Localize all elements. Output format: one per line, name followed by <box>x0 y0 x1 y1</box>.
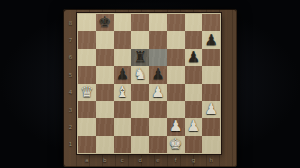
rank-label-5: 5 <box>63 66 78 83</box>
file-label-a: a <box>78 153 96 167</box>
square-d6[interactable]: ♜ <box>131 49 149 66</box>
file-label-c: c <box>114 153 132 167</box>
square-f6[interactable] <box>167 49 185 66</box>
square-d1[interactable] <box>131 136 149 153</box>
square-e5[interactable]: ♟ <box>149 66 167 83</box>
square-b8[interactable]: ♚ <box>96 14 114 31</box>
square-h6[interactable] <box>202 49 220 66</box>
square-a2[interactable] <box>78 118 96 135</box>
file-label-e: e <box>149 153 167 167</box>
file-label-b: b <box>96 153 114 167</box>
rank-label-1: 1 <box>63 136 78 153</box>
rank-label-6: 6 <box>63 49 78 66</box>
file-label-g: g <box>185 153 203 167</box>
square-h7[interactable]: ♟ <box>202 31 220 48</box>
square-c1[interactable] <box>114 136 132 153</box>
square-g4[interactable] <box>185 84 203 101</box>
rank-label-4: 4 <box>63 84 78 101</box>
square-a5[interactable] <box>78 66 96 83</box>
rank-label-8: 8 <box>63 14 78 31</box>
piece-black-rook[interactable]: ♜ <box>133 48 146 65</box>
rank-label-7: 7 <box>63 31 78 48</box>
square-h5[interactable] <box>202 66 220 83</box>
square-e2[interactable] <box>149 118 167 135</box>
square-e7[interactable] <box>149 31 167 48</box>
chess-board[interactable]: ♚♟♜♟♟♞♟♛♝♟♟♟♟♚ <box>78 14 220 153</box>
square-b5[interactable] <box>96 66 114 83</box>
rank-label-3: 3 <box>63 101 78 118</box>
piece-black-pawn[interactable]: ♟ <box>151 66 164 83</box>
piece-white-queen[interactable]: ♛ <box>80 83 93 100</box>
piece-black-king[interactable]: ♚ <box>98 14 111 31</box>
square-b7[interactable] <box>96 31 114 48</box>
square-h8[interactable] <box>202 14 220 31</box>
square-g1[interactable] <box>185 136 203 153</box>
square-e8[interactable] <box>149 14 167 31</box>
square-b4[interactable] <box>96 84 114 101</box>
square-c8[interactable] <box>114 14 132 31</box>
piece-white-knight[interactable]: ♞ <box>133 66 146 83</box>
square-c4[interactable]: ♝ <box>114 84 132 101</box>
square-b2[interactable] <box>96 118 114 135</box>
square-b1[interactable] <box>96 136 114 153</box>
square-f7[interactable] <box>167 31 185 48</box>
square-h3[interactable]: ♟ <box>202 101 220 118</box>
square-g8[interactable] <box>185 14 203 31</box>
square-d5[interactable]: ♞ <box>131 66 149 83</box>
square-c2[interactable] <box>114 118 132 135</box>
file-label-d: d <box>131 153 149 167</box>
square-c3[interactable] <box>114 101 132 118</box>
square-a1[interactable] <box>78 136 96 153</box>
square-c5[interactable]: ♟ <box>114 66 132 83</box>
square-f4[interactable] <box>167 84 185 101</box>
piece-white-bishop[interactable]: ♝ <box>116 83 129 100</box>
chess-board-frame: 87654321 abcdefgh ♚♟♜♟♟♞♟♛♝♟♟♟♟♚ <box>63 9 237 167</box>
file-label-f: f <box>167 153 185 167</box>
square-a3[interactable] <box>78 101 96 118</box>
square-f8[interactable] <box>167 14 185 31</box>
square-e4[interactable]: ♟ <box>149 84 167 101</box>
piece-white-pawn[interactable]: ♟ <box>204 101 217 118</box>
square-e1[interactable] <box>149 136 167 153</box>
piece-black-pawn[interactable]: ♟ <box>204 31 217 48</box>
piece-black-pawn[interactable]: ♟ <box>187 48 200 65</box>
app-background: 87654321 abcdefgh ♚♟♜♟♟♞♟♛♝♟♟♟♟♚ <box>0 0 300 168</box>
square-c6[interactable] <box>114 49 132 66</box>
square-d2[interactable] <box>131 118 149 135</box>
square-d3[interactable] <box>131 101 149 118</box>
piece-white-pawn[interactable]: ♟ <box>169 118 182 135</box>
square-d7[interactable] <box>131 31 149 48</box>
square-d4[interactable] <box>131 84 149 101</box>
piece-white-pawn[interactable]: ♟ <box>187 118 200 135</box>
file-label-h: h <box>202 153 220 167</box>
square-a6[interactable] <box>78 49 96 66</box>
square-d8[interactable] <box>131 14 149 31</box>
square-g3[interactable] <box>185 101 203 118</box>
square-c7[interactable] <box>114 31 132 48</box>
square-g7[interactable] <box>185 31 203 48</box>
square-a4[interactable]: ♛ <box>78 84 96 101</box>
square-h4[interactable] <box>202 84 220 101</box>
square-f3[interactable] <box>167 101 185 118</box>
square-a7[interactable] <box>78 31 96 48</box>
square-a8[interactable] <box>78 14 96 31</box>
piece-white-pawn[interactable]: ♟ <box>151 83 164 100</box>
square-h2[interactable] <box>202 118 220 135</box>
file-labels: abcdefgh <box>78 153 220 167</box>
square-f1[interactable]: ♚ <box>167 136 185 153</box>
rank-labels: 87654321 <box>63 14 78 153</box>
square-f2[interactable]: ♟ <box>167 118 185 135</box>
rank-label-2: 2 <box>63 118 78 135</box>
square-g5[interactable] <box>185 66 203 83</box>
square-e3[interactable] <box>149 101 167 118</box>
square-b3[interactable] <box>96 101 114 118</box>
piece-white-king[interactable]: ♚ <box>169 135 182 152</box>
square-h1[interactable] <box>202 136 220 153</box>
square-g2[interactable]: ♟ <box>185 118 203 135</box>
square-b6[interactable] <box>96 49 114 66</box>
piece-black-pawn[interactable]: ♟ <box>116 66 129 83</box>
square-f5[interactable] <box>167 66 185 83</box>
square-e6[interactable] <box>149 49 167 66</box>
square-g6[interactable]: ♟ <box>185 49 203 66</box>
